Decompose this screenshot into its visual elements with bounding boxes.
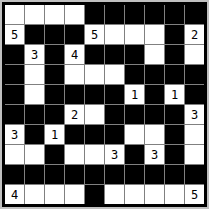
black-cell-r3c2[interactable] — [45, 65, 64, 84]
white-cell-r9c3[interactable] — [65, 185, 84, 204]
black-cell-r0c9[interactable] — [185, 5, 204, 24]
white-cell-r3c1[interactable] — [25, 65, 44, 84]
black-cell-r4c5[interactable] — [105, 85, 124, 104]
white-cell-r5c4[interactable] — [85, 105, 104, 124]
clue-cell-2-r1c9[interactable]: 2 — [185, 25, 204, 44]
black-cell-r3c9[interactable] — [185, 65, 204, 84]
black-cell-r7c8[interactable] — [165, 145, 184, 164]
white-cell-r7c0[interactable] — [5, 145, 24, 164]
black-cell-r3c0[interactable] — [5, 65, 24, 84]
board-frame: 552341123313345 — [2, 2, 207, 207]
black-cell-r8c2[interactable] — [45, 165, 64, 184]
black-cell-r1c3[interactable] — [65, 25, 84, 44]
clue-cell-3-r7c5[interactable]: 3 — [105, 145, 124, 164]
black-cell-r0c7[interactable] — [145, 5, 164, 24]
black-cell-r1c1[interactable] — [25, 25, 44, 44]
white-cell-r7c3[interactable] — [65, 145, 84, 164]
black-cell-r2c2[interactable] — [45, 45, 64, 64]
black-cell-r5c7[interactable] — [145, 105, 164, 124]
white-cell-r0c0[interactable] — [5, 5, 24, 24]
white-cell-r1c6[interactable] — [125, 25, 144, 44]
white-cell-r6c6[interactable] — [125, 125, 144, 144]
black-cell-r7c6[interactable] — [125, 145, 144, 164]
white-cell-r4c1[interactable] — [25, 85, 44, 104]
black-cell-r4c9[interactable] — [185, 85, 204, 104]
clue-cell-1-r6c2[interactable]: 1 — [45, 125, 64, 144]
white-cell-r0c1[interactable] — [25, 5, 44, 24]
black-cell-r2c0[interactable] — [5, 45, 24, 64]
white-cell-r0c3[interactable] — [65, 5, 84, 24]
black-cell-r2c8[interactable] — [165, 45, 184, 64]
white-cell-r6c9[interactable] — [185, 125, 204, 144]
black-cell-r8c5[interactable] — [105, 165, 124, 184]
clue-cell-3-r7c7[interactable]: 3 — [145, 145, 164, 164]
black-cell-r6c1[interactable] — [25, 125, 44, 144]
clue-cell-4-r2c3[interactable]: 4 — [65, 45, 84, 64]
black-cell-r5c6[interactable] — [125, 105, 144, 124]
clue-cell-5-r9c9[interactable]: 5 — [185, 185, 204, 204]
clue-cell-4-r9c0[interactable]: 4 — [5, 185, 24, 204]
black-cell-r4c3[interactable] — [65, 85, 84, 104]
black-cell-r6c5[interactable] — [105, 125, 124, 144]
clue-cell-3-r5c9[interactable]: 3 — [185, 105, 204, 124]
black-cell-r3c7[interactable] — [145, 65, 164, 84]
black-cell-r8c7[interactable] — [145, 165, 164, 184]
clue-cell-1-r4c6[interactable]: 1 — [125, 85, 144, 104]
black-cell-r9c4[interactable] — [85, 185, 104, 204]
black-cell-r6c4[interactable] — [85, 125, 104, 144]
black-cell-r0c8[interactable] — [165, 5, 184, 24]
black-cell-r6c8[interactable] — [165, 125, 184, 144]
black-cell-r8c1[interactable] — [25, 165, 44, 184]
white-cell-r0c2[interactable] — [45, 5, 64, 24]
white-cell-r9c2[interactable] — [45, 185, 64, 204]
black-cell-r1c2[interactable] — [45, 25, 64, 44]
clue-cell-5-r1c4[interactable]: 5 — [85, 25, 104, 44]
white-cell-r1c7[interactable] — [145, 25, 164, 44]
black-cell-r5c8[interactable] — [165, 105, 184, 124]
white-cell-r9c7[interactable] — [145, 185, 164, 204]
black-cell-r1c8[interactable] — [165, 25, 184, 44]
clue-cell-3-r6c0[interactable]: 3 — [5, 125, 24, 144]
black-cell-r0c6[interactable] — [125, 5, 144, 24]
puzzle-applet: 552341123313345 — [0, 0, 209, 209]
white-cell-r1c5[interactable] — [105, 25, 124, 44]
black-cell-r2c6[interactable] — [125, 45, 144, 64]
black-cell-r8c6[interactable] — [125, 165, 144, 184]
white-cell-r2c7[interactable] — [145, 45, 164, 64]
white-cell-r2c9[interactable] — [185, 45, 204, 64]
black-cell-r2c5[interactable] — [105, 45, 124, 64]
white-cell-r9c8[interactable] — [165, 185, 184, 204]
white-cell-r7c4[interactable] — [85, 145, 104, 164]
black-cell-r4c4[interactable] — [85, 85, 104, 104]
black-cell-r8c9[interactable] — [185, 165, 204, 184]
white-cell-r3c5[interactable] — [105, 65, 124, 84]
clue-cell-1-r4c8[interactable]: 1 — [165, 85, 184, 104]
black-cell-r4c2[interactable] — [45, 85, 64, 104]
white-cell-r7c9[interactable] — [185, 145, 204, 164]
white-cell-r3c3[interactable] — [65, 65, 84, 84]
clue-cell-5-r1c0[interactable]: 5 — [5, 25, 24, 44]
black-cell-r5c5[interactable] — [105, 105, 124, 124]
black-cell-r8c3[interactable] — [65, 165, 84, 184]
black-cell-r3c6[interactable] — [125, 65, 144, 84]
white-cell-r9c1[interactable] — [25, 185, 44, 204]
black-cell-r8c8[interactable] — [165, 165, 184, 184]
black-cell-r8c0[interactable] — [5, 165, 24, 184]
black-cell-r0c5[interactable] — [105, 5, 124, 24]
black-cell-r5c0[interactable] — [5, 105, 24, 124]
clue-cell-3-r2c1[interactable]: 3 — [25, 45, 44, 64]
black-cell-r4c0[interactable] — [5, 85, 24, 104]
nurikabe-board: 552341123313345 — [5, 5, 204, 204]
clue-cell-2-r5c3[interactable]: 2 — [65, 105, 84, 124]
white-cell-r7c1[interactable] — [25, 145, 44, 164]
black-cell-r5c1[interactable] — [25, 105, 44, 124]
black-cell-r5c2[interactable] — [45, 105, 64, 124]
black-cell-r4c7[interactable] — [145, 85, 164, 104]
white-cell-r3c4[interactable] — [85, 65, 104, 84]
white-cell-r6c7[interactable] — [145, 125, 164, 144]
white-cell-r9c5[interactable] — [105, 185, 124, 204]
black-cell-r8c4[interactable] — [85, 165, 104, 184]
white-cell-r9c6[interactable] — [125, 185, 144, 204]
black-cell-r2c4[interactable] — [85, 45, 104, 64]
black-cell-r0c4[interactable] — [85, 5, 104, 24]
black-cell-r7c2[interactable] — [45, 145, 64, 164]
black-cell-r6c3[interactable] — [65, 125, 84, 144]
black-cell-r3c8[interactable] — [165, 65, 184, 84]
